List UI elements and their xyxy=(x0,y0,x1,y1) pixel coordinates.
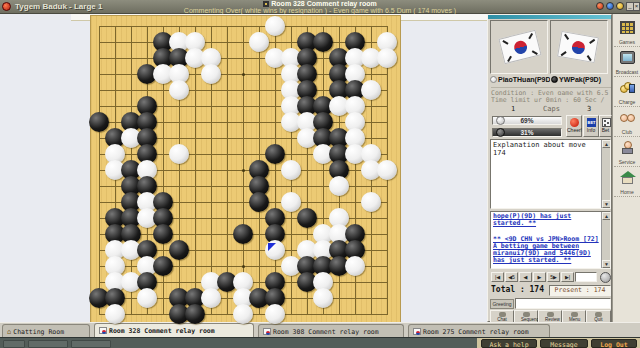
slider-knob[interactable] xyxy=(496,128,505,137)
titlebar-red-icon[interactable] xyxy=(596,2,604,10)
title-bar: Tygem Baduk - Large 1 Room 328 Comment r… xyxy=(0,0,640,14)
black-stone-icon xyxy=(551,76,558,83)
message-button[interactable]: Message xyxy=(540,339,588,348)
star-point xyxy=(242,265,245,268)
ask-help-button[interactable]: Ask a help xyxy=(481,339,537,348)
nav-forward5-button[interactable]: 5▶ xyxy=(547,272,560,282)
black-stone xyxy=(249,192,269,212)
tab-chatting-room[interactable]: ⌂Chatting Room xyxy=(2,324,90,337)
white-stone xyxy=(201,288,221,308)
bet-button[interactable]: Bet xyxy=(599,115,612,137)
nav-first-button[interactable]: |◀ xyxy=(491,272,504,282)
white-player-name: PiaoTHuan(P9D) xyxy=(490,76,550,86)
explanation-text: Explanation about move 174 xyxy=(493,141,601,157)
scroll-up-arrow[interactable]: ▲ xyxy=(602,140,611,148)
white-stone xyxy=(169,80,189,100)
scroll-down-arrow[interactable]: ▼ xyxy=(602,260,611,268)
black-stone xyxy=(169,240,189,260)
quit-icon xyxy=(595,312,602,317)
star-point xyxy=(242,169,245,172)
white-stone xyxy=(105,304,125,324)
nav-back-button[interactable]: ◀ xyxy=(519,272,532,282)
black-captures: 3 xyxy=(587,105,591,113)
sidebar-accent-strip xyxy=(488,15,611,19)
black-stone xyxy=(89,112,109,132)
cheer-ball-icon xyxy=(570,118,579,127)
main-toolbar: Games Broadcast Charge Club Service xyxy=(612,14,640,322)
korea-flag xyxy=(557,31,599,63)
taskbar-item[interactable] xyxy=(28,340,68,348)
taskbar: Ask a help Message Log Out xyxy=(0,337,640,348)
nav-last-button[interactable]: ▶| xyxy=(561,272,574,282)
main-area: PiaoTHuan(P9D) YWPak(P9D) Condition : Ev… xyxy=(0,14,640,322)
white-stone xyxy=(361,192,381,212)
flag-icon xyxy=(263,328,271,335)
black-stone xyxy=(313,32,333,52)
chat-panel: hope(P)(9D) has just started. ** ** <9D … xyxy=(490,211,611,269)
coins-icon xyxy=(620,81,635,94)
greeting-input[interactable] xyxy=(515,298,611,309)
white-stone xyxy=(345,256,365,276)
titlebar-yellow-icon[interactable] xyxy=(616,2,624,10)
white-support-bar[interactable]: 69% xyxy=(492,116,562,125)
chat-scrollbar[interactable]: ▲ ▼ xyxy=(601,212,610,268)
black-stone xyxy=(233,224,253,244)
taskbar-item[interactable] xyxy=(3,340,25,348)
nav-back5-button[interactable]: ◀5 xyxy=(505,272,518,282)
white-stone xyxy=(233,304,253,324)
last-move-marker xyxy=(268,243,276,251)
toolbar-service-button[interactable]: Service xyxy=(614,138,640,167)
white-player-photo xyxy=(490,20,548,74)
white-stone xyxy=(313,288,333,308)
tab-room-275[interactable]: Room 275 Comment relay room xyxy=(408,324,550,337)
cheer-button[interactable]: Cheer! xyxy=(566,115,582,137)
slider-knob[interactable] xyxy=(496,116,505,125)
flag-icon xyxy=(99,327,107,334)
captures-row: 1 Caps 3 xyxy=(491,105,610,114)
white-stone xyxy=(169,144,189,164)
black-stone xyxy=(297,208,317,228)
star-point xyxy=(242,73,245,76)
korea-flag xyxy=(498,30,541,64)
faces-icon xyxy=(620,111,635,124)
tab-room-328[interactable]: Room 328 Comment relay room xyxy=(94,323,254,338)
move-navigation: |◀ ◀5 ◀ ▶ 5▶ ▶| xyxy=(491,272,611,283)
app-window: Tygem Baduk - Large 1 Room 328 Comment r… xyxy=(0,0,640,348)
tv-icon xyxy=(620,51,635,64)
review-icon xyxy=(547,312,554,317)
toolbar-charge-button[interactable]: Charge xyxy=(614,78,640,107)
total-label: Total : xyxy=(491,285,525,294)
white-stone xyxy=(281,192,301,212)
move-counters: Total : 174 Present : 174 xyxy=(491,285,611,296)
room-header: Room 328 Comment relay room xyxy=(0,0,640,7)
explanation-scrollbar[interactable]: ▲ ▼ xyxy=(601,140,610,208)
black-player-photo xyxy=(550,20,608,74)
game-info-sidebar: PiaoTHuan(P9D) YWPak(P9D) Condition : Ev… xyxy=(487,14,612,322)
sequence-icon xyxy=(523,312,530,317)
time-limit-line: Time limit ur 0min : 60 Sec / xyxy=(491,96,611,104)
greeting-row: Greeting xyxy=(490,298,611,309)
close-button[interactable]: × xyxy=(633,2,640,11)
house-icon: ⌂ xyxy=(7,328,11,336)
chat-message[interactable]: ** <9D CHN vs JPN>Room [72] A betting ga… xyxy=(493,236,601,264)
tab-room-308[interactable]: Room 308 Comment relay room xyxy=(258,324,404,337)
white-stone xyxy=(201,64,221,84)
scroll-up-arrow[interactable]: ▲ xyxy=(602,212,611,220)
chat-message[interactable]: hope(P)(9D) has just started. ** xyxy=(493,213,601,227)
white-stone xyxy=(249,32,269,52)
captures-label: Caps xyxy=(543,105,560,113)
logout-button[interactable]: Log Out xyxy=(591,339,637,348)
move-number-input[interactable] xyxy=(575,272,597,282)
toolbar-home-button[interactable]: Home xyxy=(614,168,640,197)
black-support-bar[interactable]: 31% xyxy=(492,128,562,137)
black-stone xyxy=(185,304,205,324)
black-stone xyxy=(153,224,173,244)
white-stone xyxy=(329,176,349,196)
menu-icon xyxy=(571,312,578,317)
footer-button-strip: Ask a help Message Log Out xyxy=(477,338,640,348)
white-stone xyxy=(265,304,285,324)
white-stone-icon xyxy=(490,76,497,83)
explanation-panel: Explanation about move 174 ▲ ▼ xyxy=(490,139,611,209)
white-stone xyxy=(281,160,301,180)
titlebar-blue-icon[interactable] xyxy=(606,2,614,10)
present-move-box: Present : 174 xyxy=(549,285,611,296)
black-stone xyxy=(265,144,285,164)
house-icon xyxy=(620,171,635,184)
person-icon xyxy=(620,141,635,154)
white-captures: 1 xyxy=(511,105,515,113)
flag-icon xyxy=(413,328,421,335)
white-stone xyxy=(265,16,285,36)
toolbar-broadcast-button[interactable]: Broadcast xyxy=(614,48,640,77)
nav-forward-button[interactable]: ▶ xyxy=(533,272,546,282)
taskbar-item[interactable] xyxy=(71,340,111,348)
white-stone xyxy=(137,288,157,308)
white-stone xyxy=(265,240,285,260)
game-status-line: Commenting Over( white wins by resignati… xyxy=(0,7,640,14)
scroll-down-arrow[interactable]: ▼ xyxy=(602,200,611,208)
bet-badge-icon: BET xyxy=(587,118,596,127)
white-stone xyxy=(377,48,397,68)
dice-icon xyxy=(602,118,611,127)
go-board[interactable] xyxy=(91,16,400,322)
info-button[interactable]: BETInfo xyxy=(583,115,599,137)
total-value: 174 xyxy=(530,285,544,294)
go-board-icon xyxy=(620,21,635,34)
room-tab-bar: ⌂Chatting Room Room 328 Comment relay ro… xyxy=(0,322,640,337)
go-to-move-button[interactable] xyxy=(600,272,611,283)
chat-icon xyxy=(499,312,506,317)
white-stone xyxy=(361,80,381,100)
condition-line: Condition : Even game with 6.5 D xyxy=(491,87,611,95)
black-stone xyxy=(153,256,173,276)
toolbar-games-button[interactable]: Games xyxy=(614,18,640,47)
black-player-name: YWPak(P9D) xyxy=(551,76,611,86)
white-stone xyxy=(377,160,397,180)
toolbar-club-button[interactable]: Club xyxy=(614,108,640,137)
greeting-label: Greeting xyxy=(490,299,514,309)
